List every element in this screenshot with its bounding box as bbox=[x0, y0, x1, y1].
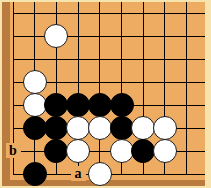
grid-vertical-line bbox=[186, 2, 187, 175]
white-stone bbox=[153, 116, 177, 140]
white-stone bbox=[23, 93, 47, 117]
white-stone bbox=[23, 70, 47, 94]
grid-horizontal-line bbox=[13, 59, 206, 60]
grid-horizontal-line bbox=[13, 36, 206, 37]
white-stone bbox=[131, 116, 155, 140]
white-stone bbox=[66, 139, 90, 163]
white-stone bbox=[66, 116, 90, 140]
black-stone bbox=[110, 116, 134, 140]
grid-vertical-line bbox=[99, 2, 100, 175]
black-stone bbox=[131, 139, 155, 163]
go-diagram: ab bbox=[0, 0, 211, 188]
board-left-edge-shadow bbox=[2, 2, 10, 186]
white-stone bbox=[88, 116, 112, 140]
black-stone bbox=[88, 93, 112, 117]
black-stone bbox=[66, 93, 90, 117]
point-label-b: b bbox=[6, 143, 21, 158]
grid-horizontal-line bbox=[13, 13, 206, 14]
white-stone bbox=[153, 139, 177, 163]
white-stone bbox=[88, 162, 112, 186]
black-stone bbox=[23, 116, 47, 140]
white-stone bbox=[110, 139, 134, 163]
point-label-a: a bbox=[71, 166, 86, 181]
black-stone bbox=[23, 162, 47, 186]
black-stone bbox=[110, 93, 134, 117]
